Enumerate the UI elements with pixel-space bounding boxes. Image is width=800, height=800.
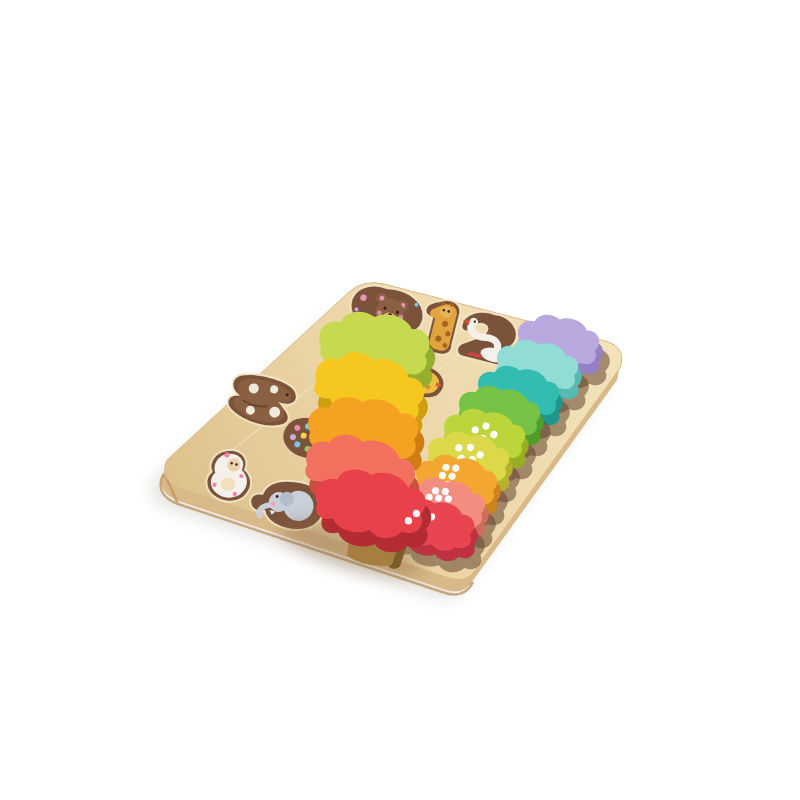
product-photo-scene: Hape	[0, 0, 800, 800]
puzzle-photo: Hape	[0, 0, 800, 800]
